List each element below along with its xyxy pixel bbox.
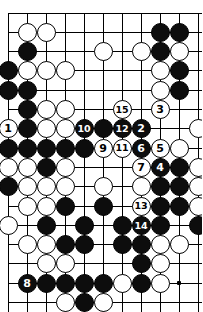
stone [75, 293, 94, 312]
grid-line-horizontal [8, 13, 202, 14]
numbered-stone: 6 [132, 139, 151, 158]
stone [113, 274, 132, 293]
stone [18, 42, 37, 61]
numbered-stone: 7 [132, 158, 151, 177]
stone [170, 158, 189, 177]
stone [170, 235, 189, 254]
stone [170, 42, 189, 61]
stone [75, 235, 94, 254]
stone [56, 274, 75, 293]
stone [132, 254, 151, 273]
stone [75, 216, 94, 235]
stone [18, 235, 37, 254]
stone [56, 293, 75, 312]
stone [94, 274, 113, 293]
numbered-stone: 2 [132, 119, 151, 138]
go-diagram: 153110122911657413148 [0, 0, 202, 312]
stone [189, 216, 203, 235]
stone [18, 139, 37, 158]
stone [151, 61, 170, 80]
stone [170, 61, 189, 80]
numbered-stone: 8 [18, 274, 37, 293]
stone [189, 158, 203, 177]
numbered-stone: 10 [75, 119, 94, 138]
stone [189, 197, 203, 216]
numbered-stone: 13 [132, 197, 151, 216]
stone [56, 254, 75, 273]
stone [189, 177, 203, 196]
stone [56, 158, 75, 177]
numbered-stone: 4 [151, 158, 170, 177]
grid-line-vertical [122, 13, 123, 312]
numbered-stone: 11 [113, 139, 132, 158]
stone [75, 274, 94, 293]
stone [0, 216, 18, 235]
stone [94, 119, 113, 138]
stone [37, 23, 56, 42]
stone [151, 23, 170, 42]
stone [170, 23, 189, 42]
stone [132, 42, 151, 61]
stone [132, 274, 151, 293]
stone [56, 100, 75, 119]
stone [18, 177, 37, 196]
stone [56, 61, 75, 80]
stone [151, 197, 170, 216]
stone [56, 139, 75, 158]
stone [0, 81, 18, 100]
numbered-stone: 9 [94, 139, 113, 158]
stone [113, 235, 132, 254]
stone [18, 23, 37, 42]
stone [18, 158, 37, 177]
stone [37, 274, 56, 293]
numbered-stone: 5 [151, 139, 170, 158]
stone [37, 216, 56, 235]
stone [37, 139, 56, 158]
numbered-stone: 3 [151, 100, 170, 119]
grid-line-vertical [84, 13, 85, 312]
stone [56, 177, 75, 196]
stone [37, 158, 56, 177]
stone [56, 197, 75, 216]
stone [94, 293, 113, 312]
stone [18, 100, 37, 119]
numbered-stone: 12 [113, 119, 132, 138]
stone [170, 81, 189, 100]
stone [37, 100, 56, 119]
stone [151, 177, 170, 196]
stone [37, 119, 56, 138]
stone [94, 177, 113, 196]
stone [18, 61, 37, 80]
stone [151, 42, 170, 61]
stone [189, 119, 203, 138]
stone [37, 254, 56, 273]
stone [56, 235, 75, 254]
stone [94, 197, 113, 216]
stone [170, 139, 189, 158]
numbered-stone: 15 [113, 100, 132, 119]
stone [151, 254, 170, 273]
stone [151, 216, 170, 235]
stone [132, 235, 151, 254]
stone [75, 139, 94, 158]
stone [56, 119, 75, 138]
stone [0, 139, 18, 158]
stone [0, 158, 18, 177]
numbered-stone: 14 [132, 216, 151, 235]
stone [37, 197, 56, 216]
stone [132, 177, 151, 196]
stone [113, 216, 132, 235]
stone [18, 81, 37, 100]
stone [94, 42, 113, 61]
stone [18, 119, 37, 138]
stone [170, 177, 189, 196]
stone [37, 61, 56, 80]
stone [0, 177, 18, 196]
stone [18, 197, 37, 216]
stone [37, 235, 56, 254]
stone [0, 61, 18, 80]
star-point [177, 281, 181, 285]
stone [151, 274, 170, 293]
stone [151, 235, 170, 254]
stone [151, 81, 170, 100]
stone [37, 177, 56, 196]
numbered-stone: 1 [0, 119, 18, 138]
stone [170, 197, 189, 216]
